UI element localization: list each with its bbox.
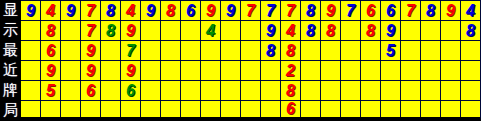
grid-cell-r1c21: 8 bbox=[421, 1, 440, 20]
grid-cell-r1c9: 6 bbox=[181, 1, 200, 20]
grid-cell-r5c21 bbox=[421, 81, 440, 100]
grid-cell-r2c5: 8 bbox=[101, 21, 120, 40]
grid-cell-r5c7 bbox=[141, 81, 160, 100]
grid-cell-r3c1 bbox=[21, 41, 40, 60]
grid-cell-r3c10 bbox=[201, 41, 220, 60]
grid-cell-r4c3 bbox=[61, 61, 80, 80]
grid-cell-r2c6: 9 bbox=[121, 21, 140, 40]
grid-cell-r2c16: 8 bbox=[321, 21, 340, 40]
grid-cell-r6c22 bbox=[441, 101, 460, 117]
grid-cell-r4c12 bbox=[241, 61, 260, 80]
grid-cell-r5c16 bbox=[321, 81, 340, 100]
grid-cell-r4c16 bbox=[321, 61, 340, 80]
grid-cell-r5c13 bbox=[261, 81, 280, 100]
grid-cell-r4c7 bbox=[141, 61, 160, 80]
grid-cell-r3c20 bbox=[401, 41, 420, 60]
board-title-char: 牌 bbox=[3, 80, 18, 100]
grid-cell-r4c18 bbox=[361, 61, 380, 80]
grid-cell-r2c12 bbox=[241, 21, 260, 40]
grid-cell-r5c12 bbox=[241, 81, 260, 100]
grid-cell-r4c1 bbox=[21, 61, 40, 80]
grid-cell-r4c20 bbox=[401, 61, 420, 80]
grid-cell-r5c22 bbox=[441, 81, 460, 100]
grid-cell-r1c8: 8 bbox=[161, 1, 180, 20]
grid-cell-r5c5 bbox=[101, 81, 120, 100]
grid-cell-r5c9 bbox=[181, 81, 200, 100]
grid-cell-r4c14: 2 bbox=[281, 61, 300, 80]
grid-cell-r4c21 bbox=[421, 61, 440, 80]
grid-cell-r6c6 bbox=[121, 101, 140, 117]
board-title-char: 局 bbox=[3, 100, 18, 120]
grid-cell-r3c6: 7 bbox=[121, 41, 140, 60]
grid-cell-r4c22 bbox=[441, 61, 460, 80]
grid-cell-r3c22 bbox=[441, 41, 460, 60]
grid-cell-r1c1: 9 bbox=[21, 1, 40, 20]
board-title-vertical: 显 示 最 近 牌 局 bbox=[0, 0, 21, 121]
grid-cell-r4c17 bbox=[341, 61, 360, 80]
grid-cell-r5c23 bbox=[461, 81, 480, 100]
grid-cell-r4c19 bbox=[381, 61, 400, 80]
grid-cell-r3c3 bbox=[61, 41, 80, 60]
grid-cell-r3c12 bbox=[241, 41, 260, 60]
grid-cell-r3c11 bbox=[221, 41, 240, 60]
grid-cell-r5c2: 5 bbox=[41, 81, 60, 100]
grid-cell-r2c9 bbox=[181, 21, 200, 40]
grid-cell-r6c2 bbox=[41, 101, 60, 117]
grid-cell-r1c11: 9 bbox=[221, 1, 240, 20]
grid-cell-r2c15: 8 bbox=[301, 21, 320, 40]
grid-cell-r5c6: 6 bbox=[121, 81, 140, 100]
board-title-char: 最 bbox=[3, 40, 18, 60]
grid-cell-r4c4: 9 bbox=[81, 61, 100, 80]
grid-cell-r3c4: 9 bbox=[81, 41, 100, 60]
grid-cell-r2c11 bbox=[221, 21, 240, 40]
grid-cell-r3c9 bbox=[181, 41, 200, 60]
grid-cell-r2c19: 9 bbox=[381, 21, 400, 40]
grid-cell-r5c14: 8 bbox=[281, 81, 300, 100]
grid-cell-r5c17 bbox=[341, 81, 360, 100]
grid-cell-r5c19 bbox=[381, 81, 400, 100]
grid-cell-r6c13 bbox=[261, 101, 280, 117]
grid-cell-r2c7 bbox=[141, 21, 160, 40]
grid-cell-r6c14: 6 bbox=[281, 101, 300, 117]
grid-cell-r4c23 bbox=[461, 61, 480, 80]
grid-cell-r4c8 bbox=[161, 61, 180, 80]
grid-cell-r3c2: 6 bbox=[41, 41, 60, 60]
grid-cell-r6c11 bbox=[221, 101, 240, 117]
grid-cell-r4c9 bbox=[181, 61, 200, 80]
grid-cell-r1c14: 7 bbox=[281, 1, 300, 20]
board-title-char: 显 bbox=[3, 0, 18, 20]
grid-cell-r6c1 bbox=[21, 101, 40, 117]
grid-cell-r4c6: 9 bbox=[121, 61, 140, 80]
grid-cell-r5c15 bbox=[301, 81, 320, 100]
grid-cell-r1c2: 4 bbox=[41, 1, 60, 20]
grid-cell-r2c14: 4 bbox=[281, 21, 300, 40]
grid-cell-r1c5: 8 bbox=[101, 1, 120, 20]
grid-cell-r6c10 bbox=[201, 101, 220, 117]
grid-cell-r1c6: 4 bbox=[121, 1, 140, 20]
grid-cell-r6c5 bbox=[101, 101, 120, 117]
grid-cell-r6c16 bbox=[321, 101, 340, 117]
grid-cell-r5c1 bbox=[21, 81, 40, 100]
grid-cell-r1c23: 4 bbox=[461, 1, 480, 20]
grid-cell-r2c22 bbox=[441, 21, 460, 40]
grid-cell-r3c13: 8 bbox=[261, 41, 280, 60]
grid-cell-r1c4: 7 bbox=[81, 1, 100, 20]
grid-cell-r6c20 bbox=[401, 101, 420, 117]
grid-cell-r3c23 bbox=[461, 41, 480, 60]
grid-cell-r3c5 bbox=[101, 41, 120, 60]
grid-cell-r1c17: 7 bbox=[341, 1, 360, 20]
grid-cell-r6c17 bbox=[341, 101, 360, 117]
grid-cell-r2c20 bbox=[401, 21, 420, 40]
grid-cell-r6c15 bbox=[301, 101, 320, 117]
number-grid: 9497849869977789766789487894948889869788… bbox=[21, 0, 481, 121]
grid-cell-r2c3 bbox=[61, 21, 80, 40]
grid-cell-r4c10 bbox=[201, 61, 220, 80]
grid-cell-r4c5 bbox=[101, 61, 120, 80]
grid-cell-r6c8 bbox=[161, 101, 180, 117]
grid-cell-r5c20 bbox=[401, 81, 420, 100]
grid-cell-r2c23: 8 bbox=[461, 21, 480, 40]
grid-cell-r3c19: 5 bbox=[381, 41, 400, 60]
grid-cell-r2c18: 8 bbox=[361, 21, 380, 40]
grid-cell-r4c2: 9 bbox=[41, 61, 60, 80]
grid-cell-r5c3 bbox=[61, 81, 80, 100]
grid-cell-r6c18 bbox=[361, 101, 380, 117]
grid-cell-r1c13: 7 bbox=[261, 1, 280, 20]
grid-cell-r4c15 bbox=[301, 61, 320, 80]
grid-cell-r1c3: 9 bbox=[61, 1, 80, 20]
grid-cell-r1c7: 9 bbox=[141, 1, 160, 20]
grid-cell-r6c9 bbox=[181, 101, 200, 117]
grid-cell-r1c15: 8 bbox=[301, 1, 320, 20]
grid-cell-r2c8 bbox=[161, 21, 180, 40]
grid-cell-r6c4 bbox=[81, 101, 100, 117]
grid-cell-r6c19 bbox=[381, 101, 400, 117]
grid-cell-r1c10: 9 bbox=[201, 1, 220, 20]
grid-cell-r2c10: 4 bbox=[201, 21, 220, 40]
grid-cell-r3c21 bbox=[421, 41, 440, 60]
grid-cell-r1c18: 6 bbox=[361, 1, 380, 20]
grid-cell-r6c23 bbox=[461, 101, 480, 117]
grid-cell-r2c13: 9 bbox=[261, 21, 280, 40]
grid-cell-r4c11 bbox=[221, 61, 240, 80]
grid-cell-r1c22: 9 bbox=[441, 1, 460, 20]
grid-cell-r5c4: 6 bbox=[81, 81, 100, 100]
grid-cell-r6c7 bbox=[141, 101, 160, 117]
grid-cell-r2c4: 7 bbox=[81, 21, 100, 40]
grid-cell-r3c17 bbox=[341, 41, 360, 60]
grid-cell-r2c17 bbox=[341, 21, 360, 40]
grid-cell-r1c19: 6 bbox=[381, 1, 400, 20]
grid-cell-r5c8 bbox=[161, 81, 180, 100]
grid-cell-r2c2: 8 bbox=[41, 21, 60, 40]
grid-cell-r3c16 bbox=[321, 41, 340, 60]
grid-cell-r2c21 bbox=[421, 21, 440, 40]
grid-cell-r5c10 bbox=[201, 81, 220, 100]
board-title-char: 示 bbox=[3, 20, 18, 40]
grid-cell-r1c12: 7 bbox=[241, 1, 260, 20]
grid-cell-r1c16: 9 bbox=[321, 1, 340, 20]
grid-cell-r6c12 bbox=[241, 101, 260, 117]
grid-cell-r1c20: 7 bbox=[401, 1, 420, 20]
grid-cell-r6c21 bbox=[421, 101, 440, 117]
grid-cell-r3c15 bbox=[301, 41, 320, 60]
grid-cell-r3c14: 8 bbox=[281, 41, 300, 60]
grid-cell-r3c18 bbox=[361, 41, 380, 60]
trend-board: 显 示 最 近 牌 局 9497849869977789766789487894… bbox=[0, 0, 481, 121]
grid-cell-r5c18 bbox=[361, 81, 380, 100]
board-title-char: 近 bbox=[3, 60, 18, 80]
grid-cell-r4c13 bbox=[261, 61, 280, 80]
grid-cell-r3c7 bbox=[141, 41, 160, 60]
grid-cell-r5c11 bbox=[221, 81, 240, 100]
grid-cell-r2c1 bbox=[21, 21, 40, 40]
grid-cell-r6c3 bbox=[61, 101, 80, 117]
grid-cell-r3c8 bbox=[161, 41, 180, 60]
